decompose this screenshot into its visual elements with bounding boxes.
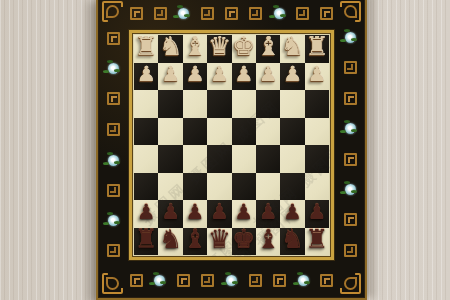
flower-ornament-icon <box>154 275 165 286</box>
meander-motif-icon <box>201 274 214 287</box>
square-r1c3[interactable]: ♝ <box>183 35 207 63</box>
square-r6c6[interactable] <box>256 173 280 201</box>
square-r3c7[interactable] <box>280 90 304 118</box>
board-grid: ♜♞♝♛♚♝♞♜♟♟♟♟♟♟♟♟♟♟♟♟♟♟♟♟♜♞♝♛♚♝♞♜ <box>134 35 329 255</box>
chess-board: ♜♞♝♛♚♝♞♜♟♟♟♟♟♟♟♟♟♟♟♟♟♟♟♟♜♞♝♛♚♝♞♜ 摄图网 摄图网… <box>96 0 367 300</box>
piece-black-pawn[interactable]: ♟ <box>259 202 278 223</box>
piece-white-pawn[interactable]: ♟ <box>259 64 278 85</box>
square-r6c5[interactable] <box>232 173 256 201</box>
square-r8c1[interactable]: ♜ <box>134 228 158 256</box>
meander-motif-icon <box>107 32 120 45</box>
square-r4c3[interactable] <box>183 118 207 146</box>
playing-area: ♜♞♝♛♚♝♞♜♟♟♟♟♟♟♟♟♟♟♟♟♟♟♟♟♜♞♝♛♚♝♞♜ 摄图网 摄图网… <box>129 30 334 260</box>
square-r5c4[interactable] <box>207 145 231 173</box>
square-r1c5[interactable]: ♚ <box>232 35 256 63</box>
meander-motif-icon <box>107 123 120 136</box>
square-r8c8[interactable]: ♜ <box>305 228 329 256</box>
piece-white-pawn[interactable]: ♟ <box>210 64 229 85</box>
meander-motif-icon <box>107 184 120 197</box>
square-r2c8[interactable]: ♟ <box>305 63 329 91</box>
square-r5c5[interactable] <box>232 145 256 173</box>
piece-white-king[interactable]: ♚ <box>232 33 255 59</box>
square-r6c8[interactable] <box>305 173 329 201</box>
square-r6c2[interactable] <box>158 173 182 201</box>
flower-ornament-icon <box>345 184 356 195</box>
piece-black-pawn[interactable]: ♟ <box>186 202 205 223</box>
square-r5c6[interactable] <box>256 145 280 173</box>
flower-ornament-icon <box>298 275 309 286</box>
meander-motif-icon <box>177 274 190 287</box>
piece-white-bishop[interactable]: ♝ <box>183 33 206 59</box>
flower-ornament-icon <box>226 275 237 286</box>
square-r1c6[interactable]: ♝ <box>256 35 280 63</box>
square-r6c7[interactable] <box>280 173 304 201</box>
piece-white-pawn[interactable]: ♟ <box>137 64 156 85</box>
square-r8c6[interactable]: ♝ <box>256 228 280 256</box>
square-r5c3[interactable] <box>183 145 207 173</box>
piece-white-pawn[interactable]: ♟ <box>186 64 205 85</box>
corner-ornament-icon <box>100 0 125 24</box>
meander-motif-icon <box>320 274 333 287</box>
piece-white-bishop[interactable]: ♝ <box>256 33 279 59</box>
flower-ornament-icon <box>108 215 119 226</box>
square-r6c1[interactable] <box>134 173 158 201</box>
square-r1c8[interactable]: ♜ <box>305 35 329 63</box>
square-r2c5[interactable]: ♟ <box>232 63 256 91</box>
meander-motif-icon <box>249 7 262 20</box>
meander-motif-icon <box>107 92 120 105</box>
piece-white-rook[interactable]: ♜ <box>135 33 158 59</box>
corner-ornament-icon <box>338 0 363 24</box>
square-r3c8[interactable] <box>305 90 329 118</box>
square-r3c1[interactable] <box>134 90 158 118</box>
flower-ornament-icon <box>345 123 356 134</box>
square-r2c7[interactable]: ♟ <box>280 63 304 91</box>
meander-motif-icon <box>344 153 357 166</box>
square-r6c4[interactable] <box>207 173 231 201</box>
square-r8c7[interactable]: ♞ <box>280 228 304 256</box>
meander-motif-icon <box>344 213 357 226</box>
square-r5c2[interactable] <box>158 145 182 173</box>
meander-motif-icon <box>154 7 167 20</box>
square-r3c4[interactable] <box>207 90 231 118</box>
frame-left <box>101 23 125 266</box>
piece-white-queen[interactable]: ♛ <box>208 33 231 59</box>
frame-bottom <box>124 268 339 292</box>
meander-motif-icon <box>249 274 262 287</box>
meander-motif-icon <box>107 244 120 257</box>
square-r2c6[interactable]: ♟ <box>256 63 280 91</box>
square-r8c4[interactable]: ♛ <box>207 228 231 256</box>
square-r1c2[interactable]: ♞ <box>158 35 182 63</box>
flower-ornament-icon <box>108 63 119 74</box>
piece-black-knight[interactable]: ♞ <box>159 226 182 252</box>
square-r8c2[interactable]: ♞ <box>158 228 182 256</box>
meander-motif-icon <box>320 7 333 20</box>
meander-motif-icon <box>130 7 143 20</box>
piece-black-bishop[interactable]: ♝ <box>256 226 279 252</box>
square-r3c3[interactable] <box>183 90 207 118</box>
meander-motif-icon <box>344 61 357 74</box>
piece-black-knight[interactable]: ♞ <box>281 226 304 252</box>
square-r4c7[interactable] <box>280 118 304 146</box>
square-r3c6[interactable] <box>256 90 280 118</box>
square-r4c2[interactable] <box>158 118 182 146</box>
flower-ornament-icon <box>108 155 119 166</box>
square-r4c6[interactable] <box>256 118 280 146</box>
square-r4c5[interactable] <box>232 118 256 146</box>
square-r3c2[interactable] <box>158 90 182 118</box>
meander-motif-icon <box>344 92 357 105</box>
piece-black-pawn[interactable]: ♟ <box>234 202 253 223</box>
piece-white-pawn[interactable]: ♟ <box>283 64 302 85</box>
piece-black-pawn[interactable]: ♟ <box>210 202 229 223</box>
square-r4c1[interactable] <box>134 118 158 146</box>
piece-black-rook[interactable]: ♜ <box>305 226 328 252</box>
piece-white-pawn[interactable]: ♟ <box>161 64 180 85</box>
frame-right <box>338 23 362 266</box>
meander-motif-icon <box>130 274 143 287</box>
square-r8c5[interactable]: ♚ <box>232 228 256 256</box>
flower-ornament-icon <box>178 8 189 19</box>
square-r5c1[interactable] <box>134 145 158 173</box>
square-r3c5[interactable] <box>232 90 256 118</box>
square-r8c3[interactable]: ♝ <box>183 228 207 256</box>
piece-black-pawn[interactable]: ♟ <box>161 202 180 223</box>
piece-white-knight[interactable]: ♞ <box>281 33 304 59</box>
piece-black-rook[interactable]: ♜ <box>135 226 158 252</box>
piece-white-pawn[interactable]: ♟ <box>307 64 326 85</box>
piece-black-pawn[interactable]: ♟ <box>307 202 326 223</box>
piece-black-pawn[interactable]: ♟ <box>283 202 302 223</box>
square-r4c8[interactable] <box>305 118 329 146</box>
square-r2c4[interactable]: ♟ <box>207 63 231 91</box>
square-r2c1[interactable]: ♟ <box>134 63 158 91</box>
meander-motif-icon <box>201 7 214 20</box>
square-r1c7[interactable]: ♞ <box>280 35 304 63</box>
square-r6c3[interactable] <box>183 173 207 201</box>
piece-white-rook[interactable]: ♜ <box>305 33 328 59</box>
square-r2c3[interactable]: ♟ <box>183 63 207 91</box>
meander-motif-icon <box>344 244 357 257</box>
corner-ornament-icon <box>338 271 363 296</box>
square-r2c2[interactable]: ♟ <box>158 63 182 91</box>
piece-white-knight[interactable]: ♞ <box>159 33 182 59</box>
piece-black-queen[interactable]: ♛ <box>208 226 231 252</box>
square-r5c7[interactable] <box>280 145 304 173</box>
piece-white-pawn[interactable]: ♟ <box>234 64 253 85</box>
corner-ornament-icon <box>100 271 125 296</box>
frame-top <box>124 1 339 25</box>
meander-motif-icon <box>296 7 309 20</box>
square-r1c1[interactable]: ♜ <box>134 35 158 63</box>
meander-motif-icon <box>273 274 286 287</box>
piece-black-king[interactable]: ♚ <box>232 226 255 252</box>
piece-black-pawn[interactable]: ♟ <box>137 202 156 223</box>
square-r4c4[interactable] <box>207 118 231 146</box>
meander-motif-icon <box>225 7 238 20</box>
square-r1c4[interactable]: ♛ <box>207 35 231 63</box>
piece-black-bishop[interactable]: ♝ <box>183 226 206 252</box>
flower-ornament-icon <box>345 32 356 43</box>
square-r5c8[interactable] <box>305 145 329 173</box>
flower-ornament-icon <box>274 8 285 19</box>
